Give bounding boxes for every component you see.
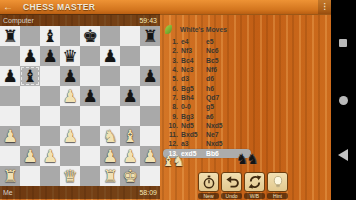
square-g1[interactable]: ♚: [120, 166, 140, 186]
square-b6[interactable]: ♝: [20, 66, 40, 86]
black-bishop: ♝: [20, 66, 40, 86]
square-a7[interactable]: [0, 46, 20, 66]
square-a1[interactable]: ♜: [0, 166, 20, 186]
square-e3[interactable]: [80, 126, 100, 146]
nav-back-icon[interactable]: [338, 149, 348, 161]
square-c1[interactable]: [40, 166, 60, 186]
square-g7[interactable]: [120, 46, 140, 66]
square-a6[interactable]: ♟: [0, 66, 20, 86]
black-move: a6: [206, 113, 251, 120]
captured-white-knight: ♞: [173, 152, 186, 170]
swap-colors-icon: [244, 172, 265, 192]
white-move: d3: [181, 75, 206, 82]
white-rook: ♜: [0, 166, 20, 186]
square-e4[interactable]: [80, 106, 100, 126]
square-a2[interactable]: [0, 146, 20, 166]
square-h8[interactable]: ♜: [140, 26, 160, 46]
white-rook: ♜: [100, 166, 120, 186]
hint-button-label: Hint: [267, 193, 288, 199]
square-g3[interactable]: ♝: [120, 126, 140, 146]
app-title: CHESS MASTER: [23, 2, 95, 12]
top-player-name: Computer: [3, 17, 34, 24]
black-move: g5: [206, 103, 251, 110]
move-row-12[interactable]: 12.a3Nxd5: [163, 139, 251, 148]
white-pawn: ♟: [60, 126, 80, 146]
move-list: 1.e4e52.Nf3Nc63.Bc4Bc54.Nc3Nf65.d3d66.Bg…: [163, 37, 251, 158]
captured-black-pieces-tray: ♞♞: [236, 150, 257, 168]
chess-board: ♜♝♚♜♟♟♛♟♟♝♟♟♟♟♟♟♟♞♝♟♟♟♟♟♜♛♜♚: [0, 26, 160, 186]
back-arrow-icon[interactable]: ←: [0, 0, 16, 14]
move-number: 4.: [163, 66, 181, 73]
home-icon[interactable]: [339, 96, 348, 105]
square-e8[interactable]: ♚: [80, 26, 100, 46]
square-b1[interactable]: [20, 166, 40, 186]
black-pawn: ♟: [80, 86, 100, 106]
move-row-8[interactable]: 8.0-0g5: [163, 102, 251, 111]
move-row-3[interactable]: 3.Bc4Bc5: [163, 56, 251, 65]
move-row-1[interactable]: 1.e4e5: [163, 37, 251, 46]
square-e1[interactable]: [80, 166, 100, 186]
white-move: Bxd5: [181, 131, 206, 138]
square-d3[interactable]: ♟: [60, 126, 80, 146]
game-toolbar: New Undo W/B: [198, 172, 288, 199]
square-b3[interactable]: [20, 126, 40, 146]
square-b8[interactable]: [20, 26, 40, 46]
black-move: Bc5: [206, 57, 251, 64]
square-f5[interactable]: [100, 86, 120, 106]
square-d7[interactable]: ♛: [60, 46, 80, 66]
wb-button-label: W/B: [244, 193, 265, 199]
move-number: 8.: [163, 103, 181, 110]
move-number: 11.: [163, 131, 181, 138]
black-rook: ♜: [0, 26, 20, 46]
move-number: 1.: [163, 38, 181, 45]
move-row-11[interactable]: 11.Bxd5Ne7: [163, 130, 251, 139]
new-game-button[interactable]: New: [198, 172, 219, 199]
move-number: 10.: [163, 122, 181, 129]
square-h4[interactable]: [140, 106, 160, 126]
chess-master-app: ← CHESS MASTER ⋮ Computer 59:43 ♜♝♚♜♟♟♛♟…: [0, 0, 356, 200]
lightbulb-icon: [267, 172, 288, 192]
white-pawn: ♟: [140, 146, 160, 166]
top-player-clock: 59:43: [139, 17, 157, 24]
leaf-icon: [165, 25, 172, 34]
move-row-10[interactable]: 10.Nd5Nxd5: [163, 121, 251, 130]
white-pawn: ♟: [20, 146, 40, 166]
square-c7[interactable]: ♟: [40, 46, 60, 66]
move-row-2[interactable]: 2.Nf3Nc6: [163, 46, 251, 55]
square-h1[interactable]: [140, 166, 160, 186]
black-rook: ♜: [140, 26, 160, 46]
square-c4[interactable]: [40, 106, 60, 126]
captured-black-knight: ♞: [247, 150, 260, 168]
move-number: 12.: [163, 140, 181, 147]
square-c5[interactable]: [40, 86, 60, 106]
black-move: Nf6: [206, 66, 251, 73]
square-c2[interactable]: ♟: [40, 146, 60, 166]
square-g5[interactable]: ♟: [120, 86, 140, 106]
square-e7[interactable]: [80, 46, 100, 66]
white-king: ♚: [120, 166, 140, 186]
square-h7[interactable]: [140, 46, 160, 66]
white-knight: ♞: [100, 126, 120, 146]
captured-white-pieces-tray: ♝♞: [162, 152, 183, 170]
white-pawn: ♟: [0, 126, 20, 146]
move-number: 6.: [163, 85, 181, 92]
square-d6[interactable]: ♟: [60, 66, 80, 86]
black-move: d6: [206, 75, 251, 82]
white-move: e4: [181, 38, 206, 45]
move-row-4[interactable]: 4.Nc3Nf6: [163, 65, 251, 74]
bottom-player-name: Me: [3, 189, 13, 196]
undo-button[interactable]: Undo: [221, 172, 242, 199]
switch-sides-button[interactable]: W/B: [244, 172, 265, 199]
square-h3[interactable]: [140, 126, 160, 146]
move-list-header: White's Moves: [180, 26, 227, 33]
square-b4[interactable]: [20, 106, 40, 126]
new-button-label: New: [198, 193, 219, 199]
square-c3[interactable]: [40, 126, 60, 146]
square-f1[interactable]: ♜: [100, 166, 120, 186]
bottom-player-bar: Me 58:09: [0, 186, 160, 199]
square-d1[interactable]: ♛: [60, 166, 80, 186]
black-move: Nxd5: [206, 122, 251, 129]
black-move: Qd7: [206, 94, 251, 101]
black-queen: ♛: [60, 46, 80, 66]
white-bishop: ♝: [120, 126, 140, 146]
black-pawn: ♟: [140, 66, 160, 86]
square-d5[interactable]: ♟: [60, 86, 80, 106]
square-f4[interactable]: [100, 106, 120, 126]
move-row-6[interactable]: 6.Bg5h6: [163, 83, 251, 92]
square-a4[interactable]: [0, 106, 20, 126]
square-f6[interactable]: [100, 66, 120, 86]
white-move: Nd5: [181, 122, 206, 129]
square-a5[interactable]: [0, 86, 20, 106]
undo-arrow-icon: [221, 172, 242, 192]
black-king: ♚: [80, 26, 100, 46]
white-move: 0-0: [181, 103, 206, 110]
black-pawn: ♟: [100, 46, 120, 66]
white-move: Bh4: [181, 94, 206, 101]
square-e2[interactable]: [80, 146, 100, 166]
undo-button-label: Undo: [221, 193, 242, 199]
app-bar: ← CHESS MASTER ⋮: [0, 0, 331, 15]
white-move: Bg5: [181, 85, 206, 92]
square-f2[interactable]: ♟: [100, 146, 120, 166]
android-nav-bar: [331, 0, 356, 200]
white-move: Bg3: [181, 113, 206, 120]
move-row-9[interactable]: 9.Bg3a6: [163, 111, 251, 120]
square-e5[interactable]: ♟: [80, 86, 100, 106]
square-d8[interactable]: [60, 26, 80, 46]
overflow-menu-icon[interactable]: ⋮: [318, 0, 331, 14]
white-pawn: ♟: [100, 146, 120, 166]
square-h6[interactable]: ♟: [140, 66, 160, 86]
move-row-7[interactable]: 7.Bh4Qd7: [163, 93, 251, 102]
square-h5[interactable]: [140, 86, 160, 106]
white-pawn: ♟: [120, 146, 140, 166]
black-pawn: ♟: [40, 46, 60, 66]
black-pawn: ♟: [120, 86, 140, 106]
square-g8[interactable]: [120, 26, 140, 46]
black-move: Ne7: [206, 131, 251, 138]
black-bishop: ♝: [40, 26, 60, 46]
square-g4[interactable]: [120, 106, 140, 126]
square-h2[interactable]: ♟: [140, 146, 160, 166]
white-pawn: ♟: [40, 146, 60, 166]
black-pawn: ♟: [60, 66, 80, 86]
square-f3[interactable]: ♞: [100, 126, 120, 146]
square-c8[interactable]: ♝: [40, 26, 60, 46]
white-queen: ♛: [60, 166, 80, 186]
move-number: 5.: [163, 75, 181, 82]
square-d2[interactable]: [60, 146, 80, 166]
black-pawn: ♟: [20, 46, 40, 66]
move-number: 3.: [163, 57, 181, 64]
move-number: 7.: [163, 94, 181, 101]
square-a8[interactable]: ♜: [0, 26, 20, 46]
recents-icon[interactable]: [339, 39, 347, 47]
square-b2[interactable]: ♟: [20, 146, 40, 166]
bottom-player-clock: 58:09: [139, 189, 157, 196]
black-move: Nxd5: [206, 140, 251, 147]
black-pawn: ♟: [0, 66, 20, 86]
top-player-bar: Computer 59:43: [0, 14, 160, 26]
square-d4[interactable]: [60, 106, 80, 126]
square-e6[interactable]: [80, 66, 100, 86]
hint-button[interactable]: Hint: [267, 172, 288, 199]
black-move: e5: [206, 38, 251, 45]
square-f8[interactable]: [100, 26, 120, 46]
square-b7[interactable]: ♟: [20, 46, 40, 66]
white-move: Nf3: [181, 47, 206, 54]
move-number: 9.: [163, 113, 181, 120]
square-c6[interactable]: [40, 66, 60, 86]
square-g6[interactable]: [120, 66, 140, 86]
white-move: Nc3: [181, 66, 206, 73]
black-move: Nc6: [206, 47, 251, 54]
stopwatch-icon: [198, 172, 219, 192]
black-move: h6: [206, 85, 251, 92]
square-g2[interactable]: ♟: [120, 146, 140, 166]
white-move: a3: [181, 140, 206, 147]
move-number: 2.: [163, 47, 181, 54]
white-pawn: ♟: [60, 86, 80, 106]
square-b5[interactable]: [20, 86, 40, 106]
square-a3[interactable]: ♟: [0, 126, 20, 146]
move-row-5[interactable]: 5.d3d6: [163, 74, 251, 83]
white-move: Bc4: [181, 57, 206, 64]
square-f7[interactable]: ♟: [100, 46, 120, 66]
